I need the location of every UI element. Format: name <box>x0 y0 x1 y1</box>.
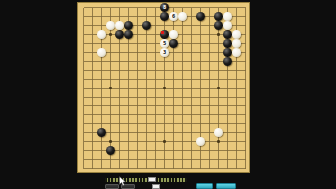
stone-Q18 <box>214 12 223 21</box>
move-number-label: 6 <box>171 14 176 19</box>
stone-R14 <box>223 48 232 57</box>
star-point <box>163 140 165 142</box>
stone-O18 <box>196 12 205 21</box>
stone-R13 <box>223 57 232 66</box>
stone-D3 <box>106 146 115 155</box>
stone-K14: 3 <box>160 48 169 57</box>
stone-Q5 <box>214 128 223 137</box>
teal-button-2[interactable] <box>216 183 237 188</box>
teal-button-1[interactable] <box>196 183 213 188</box>
stone-R17 <box>223 21 232 30</box>
star-point <box>217 33 219 35</box>
grid-line-vertical <box>182 8 183 169</box>
move-number-label: 8 <box>162 5 167 10</box>
stone-K18 <box>160 12 169 21</box>
grid-line-horizontal <box>84 159 246 160</box>
star-point <box>109 33 111 35</box>
star-point <box>109 87 111 89</box>
stone-R15 <box>223 39 232 48</box>
stone-R18 <box>223 12 232 21</box>
stone-E17 <box>115 21 124 30</box>
stone-K15: 5 <box>160 39 169 48</box>
stone-M18 <box>178 12 187 21</box>
stone-F16 <box>124 30 133 39</box>
stone-R16 <box>223 30 232 39</box>
stone-C5 <box>97 128 106 137</box>
grid-line-horizontal <box>84 97 246 98</box>
move-counter-box <box>148 177 156 182</box>
star-point <box>163 87 165 89</box>
stone-S14 <box>232 48 241 57</box>
stone-K16 <box>160 30 169 39</box>
star-point <box>109 140 111 142</box>
stone-D17 <box>106 21 115 30</box>
grid-line-vertical <box>209 8 210 169</box>
stone-L15 <box>169 39 178 48</box>
stone-F17 <box>124 21 133 30</box>
app-screen: 8653 <box>0 0 336 189</box>
move-number-label: 5 <box>162 41 167 46</box>
stone-E16 <box>115 30 124 39</box>
stone-S16 <box>232 30 241 39</box>
star-point <box>217 140 219 142</box>
stone-Q17 <box>214 21 223 30</box>
grid-line-vertical <box>191 8 192 169</box>
last-move-marker <box>161 31 164 34</box>
move-slider-strip[interactable] <box>105 178 187 182</box>
stone-H17 <box>142 21 151 30</box>
grid-line-horizontal <box>84 114 246 115</box>
nav-button-1[interactable] <box>105 184 119 189</box>
stone-S15 <box>232 39 241 48</box>
grid-line-horizontal <box>84 168 246 169</box>
star-point <box>217 87 219 89</box>
grid-line-horizontal <box>84 123 246 124</box>
go-board[interactable]: 8653 <box>77 2 250 173</box>
stone-L16 <box>169 30 178 39</box>
counter-box <box>152 184 160 189</box>
move-number-label: 3 <box>162 50 167 55</box>
grid-line-vertical <box>245 8 246 169</box>
stone-C16 <box>97 30 106 39</box>
stone-O4 <box>196 137 205 146</box>
stone-C14 <box>97 48 106 57</box>
grid-line-horizontal <box>84 105 246 106</box>
mouse-cursor-icon <box>119 176 127 187</box>
stone-L18: 6 <box>169 12 178 21</box>
stone-K19: 8 <box>160 3 169 12</box>
